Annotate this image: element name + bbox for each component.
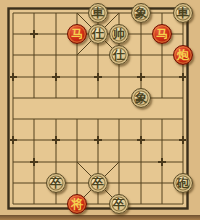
- piece-wood-cannon[interactable]: 砲: [173, 173, 193, 193]
- piece-wood-advisor[interactable]: 仕: [88, 24, 108, 44]
- piece-wood-chariot[interactable]: 車: [88, 3, 108, 23]
- piece-red-cannon[interactable]: 炮: [173, 45, 193, 65]
- piece-red-general[interactable]: 将: [67, 194, 87, 214]
- piece-red-horse[interactable]: 马: [152, 24, 172, 44]
- piece-wood-soldier[interactable]: 卒: [46, 173, 66, 193]
- piece-wood-chariot[interactable]: 車: [173, 3, 193, 23]
- piece-wood-advisor[interactable]: 仕: [109, 45, 129, 65]
- piece-wood-general[interactable]: 帅: [109, 24, 129, 44]
- piece-wood-elephant[interactable]: 象: [131, 3, 151, 23]
- piece-wood-soldier[interactable]: 卒: [88, 173, 108, 193]
- piece-wood-elephant[interactable]: 象: [131, 88, 151, 108]
- piece-red-horse[interactable]: 马: [67, 24, 87, 44]
- xiangqi-board: 車象車马仕帅马仕炮象卒卒砲将卒: [0, 0, 200, 220]
- piece-wood-soldier[interactable]: 卒: [109, 194, 129, 214]
- board-bottom-edge: [0, 215, 200, 220]
